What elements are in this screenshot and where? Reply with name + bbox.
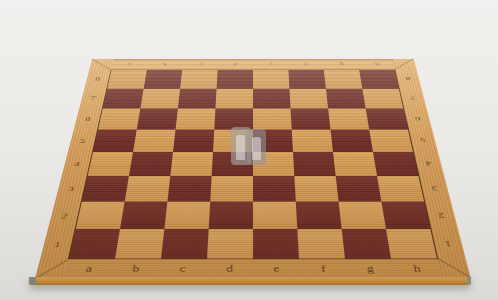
square-h3 [377, 176, 424, 202]
coordinate-label: g [323, 59, 360, 70]
square-f5 [292, 130, 333, 152]
square-c1 [161, 229, 209, 259]
square-d1 [207, 229, 253, 259]
square-b1 [115, 229, 164, 259]
square-f7 [289, 89, 328, 109]
square-b3 [125, 176, 171, 202]
square-c2 [164, 202, 210, 229]
square-h6 [366, 108, 408, 129]
square-f3 [294, 176, 338, 202]
coordinate-label: 7 [400, 88, 427, 108]
square-g6 [328, 108, 369, 129]
square-f1 [297, 229, 345, 259]
coordinate-label: e [253, 59, 289, 70]
square-d7 [215, 89, 253, 109]
square-a6 [98, 108, 140, 129]
square-a8 [107, 70, 147, 89]
coordinate-label: d [206, 259, 253, 278]
square-a4 [88, 152, 133, 176]
coordinate-label: b [111, 259, 161, 278]
square-a2 [76, 202, 125, 229]
watermark-chess-piece-icon [252, 137, 261, 160]
square-d8 [217, 70, 253, 89]
coordinate-label: 8 [85, 70, 111, 89]
square-f2 [296, 202, 342, 229]
coordinate-label: f [299, 259, 347, 278]
coordinate-label: 1 [432, 230, 466, 260]
photo-watermark [231, 126, 267, 168]
square-c7 [178, 89, 217, 109]
square-e3 [253, 176, 296, 202]
square-h7 [362, 89, 403, 109]
square-a7 [103, 89, 144, 109]
coordinate-label: a [63, 259, 114, 278]
coordinate-label: b [146, 59, 183, 70]
coordinate-label: c [182, 59, 218, 70]
square-h8 [359, 70, 399, 89]
coordinate-label: 2 [425, 202, 458, 230]
square-d3 [210, 176, 253, 202]
coordinate-label: f [288, 59, 324, 70]
square-a1 [69, 229, 120, 259]
coordinate-label: 4 [414, 152, 444, 176]
square-g5 [330, 130, 373, 152]
square-c8 [180, 70, 217, 89]
square-h1 [386, 229, 437, 259]
square-b6 [137, 108, 178, 129]
board-side-edge [29, 277, 471, 285]
square-g3 [336, 176, 382, 202]
square-g2 [339, 202, 386, 229]
square-e1 [253, 229, 299, 259]
square-g8 [324, 70, 363, 89]
square-g7 [326, 89, 366, 109]
coordinate-label: h [358, 59, 395, 70]
square-b7 [140, 89, 180, 109]
file-labels-bottom: abcdefgh [63, 259, 442, 278]
coordinate-label: 3 [419, 176, 451, 202]
square-d2 [209, 202, 253, 229]
square-g4 [333, 152, 377, 176]
coordinate-label: 5 [68, 129, 97, 152]
square-e8 [253, 70, 289, 89]
square-e7 [253, 89, 291, 109]
coordinate-label: 5 [409, 129, 438, 152]
square-e2 [253, 202, 297, 229]
square-b4 [129, 152, 173, 176]
file-labels-top: abcdefgh [111, 59, 396, 70]
coordinate-label: d [217, 59, 253, 70]
square-b8 [144, 70, 183, 89]
square-f6 [291, 108, 331, 129]
square-c3 [167, 176, 211, 202]
coordinate-label: 7 [79, 88, 106, 108]
coordinate-label: 8 [395, 70, 421, 89]
coordinate-label: e [253, 259, 300, 278]
square-h2 [381, 202, 430, 229]
coordinate-label: g [346, 259, 396, 278]
square-h4 [373, 152, 418, 176]
chessboard-photo: abcdefgh abcdefgh 87654321 87654321 [0, 0, 498, 300]
watermark-chess-piece-icon [236, 135, 245, 160]
square-c5 [173, 130, 214, 152]
square-b5 [133, 130, 176, 152]
square-f8 [288, 70, 325, 89]
square-b2 [120, 202, 167, 229]
square-g1 [342, 229, 391, 259]
coordinate-label: h [392, 259, 443, 278]
square-c6 [176, 108, 216, 129]
coordinate-label: 6 [404, 108, 432, 129]
square-a5 [93, 130, 137, 152]
square-a3 [82, 176, 129, 202]
square-f4 [293, 152, 336, 176]
coordinate-label: c [158, 259, 206, 278]
square-h5 [369, 130, 413, 152]
square-c4 [170, 152, 213, 176]
coordinate-label: a [111, 59, 148, 70]
coordinate-label: 6 [74, 108, 102, 129]
chess-board: abcdefgh abcdefgh 87654321 87654321 [35, 59, 471, 278]
